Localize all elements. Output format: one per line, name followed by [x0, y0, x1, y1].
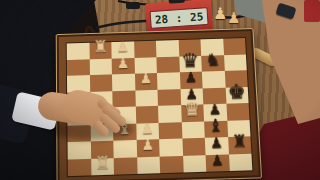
chess-piece-f6[interactable]: ♟ [184, 70, 197, 84]
chess-piece-h3[interactable]: ♟ [116, 40, 129, 54]
chess-piece-c7[interactable]: ♝ [208, 117, 224, 135]
captured-white-pawn: ♟ [213, 6, 227, 22]
red-device [304, 0, 320, 22]
chess-piece-d7[interactable]: ♟ [208, 102, 221, 116]
chess-piece-g7[interactable]: ♞ [205, 51, 221, 68]
chess-piece-a7[interactable]: ♟ [211, 153, 225, 168]
chess-piece-h2[interactable]: ♜ [93, 39, 108, 56]
chess-piece-g6[interactable]: ♛ [181, 50, 200, 70]
chess-piece-b8[interactable]: ♜ [231, 133, 247, 151]
chess-piece-e8[interactable]: ♚ [227, 81, 246, 101]
chess-piece-c4[interactable]: ♟ [141, 121, 154, 136]
chess-piece-a2[interactable]: ♜ [94, 154, 110, 172]
clock-left-time: 28 [155, 12, 169, 26]
chess-piece-e6[interactable]: ♟ [185, 87, 198, 101]
chess-piece-b4[interactable]: ♟ [141, 138, 154, 153]
chess-piece-g3[interactable]: ♟ [117, 56, 130, 70]
photo-scene: ♟ ♟ ♟ ♞ ♟ 28 : 25 ♚♜♜♟♟♟♟♟♝♛♚♜♛♞♝♟♟♟♟♟ [0, 0, 320, 180]
chess-piece-b7[interactable]: ♟ [210, 136, 223, 151]
clock-display: 28 : 25 [150, 7, 209, 29]
chess-piece-f4[interactable]: ♟ [139, 72, 152, 86]
clock-separator: : [175, 11, 183, 24]
clock-lever[interactable] [169, 0, 185, 4]
clock-right-time: 25 [190, 10, 204, 24]
